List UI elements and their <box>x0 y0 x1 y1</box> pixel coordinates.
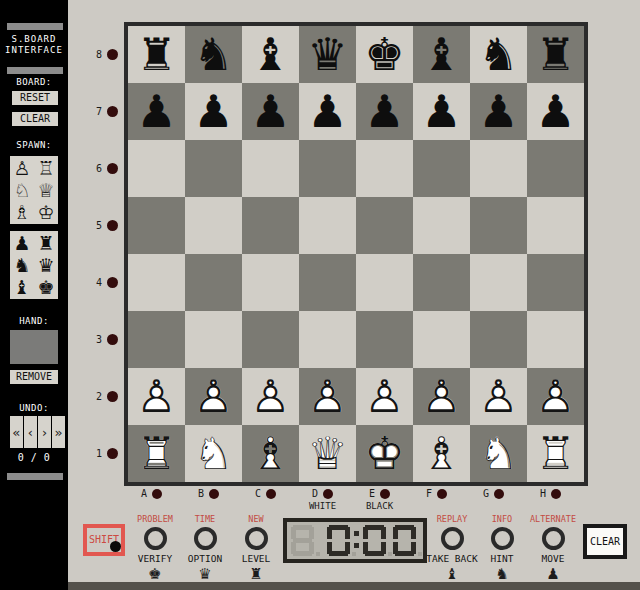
square-h7[interactable]: ♟ <box>527 83 584 140</box>
piece-white-pawn[interactable]: ♟♙ <box>185 368 242 425</box>
sidebar: S.BOARD INTERFACE BOARD: RESET CLEAR SPA… <box>0 0 68 590</box>
square-f1[interactable]: ♝♗ <box>413 425 470 482</box>
square-c3[interactable] <box>242 311 299 368</box>
piece-glyph: ♟ <box>470 83 527 140</box>
undo-controls: «‹›» <box>10 416 66 448</box>
square-g5[interactable] <box>470 197 527 254</box>
divider <box>7 67 63 74</box>
file-letter: H <box>540 488 546 499</box>
piece-white-pawn[interactable]: ♟♙ <box>242 368 299 425</box>
file-letter: A <box>141 488 147 499</box>
rank-label-6: 6 <box>84 140 118 197</box>
piece-black-knight[interactable]: ♞ <box>185 26 242 83</box>
piece-glyph: ♟ <box>185 83 242 140</box>
file-label-f: F <box>408 487 465 500</box>
rank-number: 4 <box>96 277 102 288</box>
piece-outline: ♙ <box>185 368 242 425</box>
black-side-label: BLACK <box>351 501 408 511</box>
pawn-icon: ♟ <box>546 566 559 582</box>
lcd-clock <box>283 518 427 563</box>
remove-button[interactable]: REMOVE <box>10 370 58 384</box>
piece-glyph: ♟ <box>128 83 185 140</box>
undo-counter: 0 / 0 <box>0 452 68 463</box>
piece-black-pawn[interactable]: ♟ <box>356 83 413 140</box>
square-h4[interactable] <box>527 254 584 311</box>
piece-glyph: ♟ <box>356 83 413 140</box>
square-b6[interactable] <box>185 140 242 197</box>
square-b3[interactable] <box>185 311 242 368</box>
title-line2: INTERFACE <box>0 45 68 56</box>
spawn-white-rook[interactable]: ♖ <box>34 157 58 179</box>
clear-button[interactable]: CLEAR <box>583 524 627 559</box>
square-h5[interactable] <box>527 197 584 254</box>
lcd-segment <box>365 538 384 543</box>
undo-first-button[interactable]: « <box>10 416 23 448</box>
square-a1[interactable]: ♜♖ <box>128 425 185 482</box>
piece-black-pawn[interactable]: ♟ <box>527 83 584 140</box>
lcd-segment <box>329 538 348 543</box>
piece-white-pawn[interactable]: ♟♙ <box>356 368 413 425</box>
piece-black-pawn[interactable]: ♟ <box>128 83 185 140</box>
piece-black-king[interactable]: ♚ <box>356 26 413 83</box>
reset-button[interactable]: RESET <box>12 91 58 105</box>
piece-outline: ♙ <box>527 368 584 425</box>
piece-black-rook[interactable]: ♜ <box>527 26 584 83</box>
piece-black-pawn[interactable]: ♟ <box>242 83 299 140</box>
piece-white-pawn[interactable]: ♟♙ <box>413 368 470 425</box>
square-c6[interactable] <box>242 140 299 197</box>
square-d7[interactable]: ♟ <box>299 83 356 140</box>
square-b8[interactable]: ♞ <box>185 26 242 83</box>
spawn-palette-white: ♙♖♘♕♗♔ <box>10 156 58 224</box>
rank-led-4 <box>107 277 118 288</box>
divider <box>7 473 63 480</box>
square-e8[interactable]: ♚ <box>356 26 413 83</box>
square-f7[interactable]: ♟ <box>413 83 470 140</box>
piece-glyph: ♞ <box>185 26 242 83</box>
dial-button-option[interactable] <box>194 527 217 550</box>
square-d1[interactable]: ♛♕ <box>299 425 356 482</box>
lcd-ghost-digit <box>291 525 314 556</box>
piece-white-knight[interactable]: ♞♘ <box>185 425 242 482</box>
piece-white-pawn[interactable]: ♟♙ <box>299 368 356 425</box>
piece-white-knight[interactable]: ♞♘ <box>470 425 527 482</box>
spawn-section-label: SPAWN: <box>0 140 68 150</box>
rank-number: 8 <box>96 49 102 60</box>
square-e3[interactable] <box>356 311 413 368</box>
piece-outline: ♗ <box>242 425 299 482</box>
square-d2[interactable]: ♟♙ <box>299 368 356 425</box>
piece-glyph: ♟ <box>299 83 356 140</box>
lcd-digit <box>327 525 350 556</box>
rank-label-7: 7 <box>84 83 118 140</box>
file-label-h: H <box>522 487 579 500</box>
dial-button-move[interactable] <box>542 527 565 550</box>
rank-label-5: 5 <box>84 197 118 254</box>
colon-dot <box>354 543 359 548</box>
dial-shift-label: REPLAY <box>437 514 468 525</box>
lcd-colon <box>353 525 361 556</box>
chess-board-interface: S.BOARD INTERFACE BOARD: RESET CLEAR SPA… <box>0 0 640 590</box>
square-b7[interactable]: ♟ <box>185 83 242 140</box>
square-e7[interactable]: ♟ <box>356 83 413 140</box>
file-led-c <box>266 489 276 499</box>
file-led-g <box>494 489 504 499</box>
rank-led-5 <box>107 220 118 231</box>
piece-outline: ♔ <box>356 425 413 482</box>
piece-outline: ♘ <box>185 425 242 482</box>
square-a6[interactable] <box>128 140 185 197</box>
square-h2[interactable]: ♟♙ <box>527 368 584 425</box>
square-e6[interactable] <box>356 140 413 197</box>
piece-black-pawn[interactable]: ♟ <box>413 83 470 140</box>
lcd-segment <box>363 542 368 554</box>
clear-board-button[interactable]: CLEAR <box>12 112 58 126</box>
piece-white-king[interactable]: ♚♔ <box>356 425 413 482</box>
piece-white-pawn[interactable]: ♟♙ <box>527 368 584 425</box>
dial-button-verify[interactable] <box>144 527 167 550</box>
spawn-white-knight[interactable]: ♘ <box>10 179 34 201</box>
knight-icon: ♞ <box>495 566 508 582</box>
piece-outline: ♖ <box>128 425 185 482</box>
title-line1: S.BOARD <box>0 34 68 45</box>
file-label-b: B <box>180 487 237 500</box>
square-d5[interactable] <box>299 197 356 254</box>
square-f4[interactable] <box>413 254 470 311</box>
piece-outline: ♙ <box>242 368 299 425</box>
dial-label: OPTION <box>188 553 222 565</box>
file-letter: D <box>312 488 318 499</box>
square-c2[interactable]: ♟♙ <box>242 368 299 425</box>
file-label-c: C <box>237 487 294 500</box>
square-a7[interactable]: ♟ <box>128 83 185 140</box>
rank-label-2: 2 <box>84 368 118 425</box>
piece-outline: ♖ <box>527 425 584 482</box>
file-letter: G <box>483 488 489 499</box>
dial-shift-label: ALTERNATE <box>530 514 576 525</box>
square-f2[interactable]: ♟♙ <box>413 368 470 425</box>
piece-black-knight[interactable]: ♞ <box>470 26 527 83</box>
piece-glyph: ♝ <box>242 26 299 83</box>
rank-led-8 <box>107 49 118 60</box>
square-c4[interactable] <box>242 254 299 311</box>
dial-label: LEVEL <box>242 553 271 565</box>
square-g2[interactable]: ♟♙ <box>470 368 527 425</box>
piece-white-rook[interactable]: ♜♖ <box>527 425 584 482</box>
dial-button-level[interactable] <box>245 527 268 550</box>
file-label-e: E <box>351 487 408 500</box>
square-d8[interactable]: ♛ <box>299 26 356 83</box>
king-icon: ♚ <box>148 566 161 582</box>
undo-section-label: UNDO: <box>0 403 68 413</box>
rank-led-6 <box>107 163 118 174</box>
piece-outline: ♘ <box>470 425 527 482</box>
square-f6[interactable] <box>413 140 470 197</box>
piece-glyph: ♟ <box>527 83 584 140</box>
spawn-white-bishop[interactable]: ♗ <box>10 201 34 223</box>
spawn-black-queen[interactable]: ♛ <box>34 254 58 276</box>
rank-number: 3 <box>96 334 102 345</box>
hand-slot[interactable] <box>10 330 58 364</box>
lcd-segment <box>327 542 332 554</box>
file-led-e <box>380 489 390 499</box>
spawn-palette-black: ♟♜♞♛♝♚ <box>10 231 58 299</box>
rank-number: 7 <box>96 106 102 117</box>
piece-glyph: ♜ <box>128 26 185 83</box>
square-h3[interactable] <box>527 311 584 368</box>
rank-number: 5 <box>96 220 102 231</box>
square-g6[interactable] <box>470 140 527 197</box>
rank-number: 6 <box>96 163 102 174</box>
lcd-ghost-dot <box>418 552 422 556</box>
divider <box>7 23 63 30</box>
rank-label-4: 4 <box>84 254 118 311</box>
rank-number: 1 <box>96 448 102 459</box>
piece-outline: ♙ <box>356 368 413 425</box>
rank-led-1 <box>107 448 118 459</box>
file-letter: F <box>426 488 432 499</box>
spawn-white-pawn[interactable]: ♙ <box>10 157 34 179</box>
piece-glyph: ♞ <box>470 26 527 83</box>
piece-black-pawn[interactable]: ♟ <box>470 83 527 140</box>
file-led-d <box>323 489 333 499</box>
square-e4[interactable] <box>356 254 413 311</box>
piece-white-pawn[interactable]: ♟♙ <box>128 368 185 425</box>
white-side-label: WHITE <box>294 501 351 511</box>
dial-shift-label: TIME <box>195 514 215 525</box>
rank-led-2 <box>107 391 118 402</box>
square-f3[interactable] <box>413 311 470 368</box>
spawn-black-bishop[interactable]: ♝ <box>10 276 34 298</box>
lcd-ghost-dot <box>388 552 392 556</box>
square-e1[interactable]: ♚♔ <box>356 425 413 482</box>
board-section-label: BOARD: <box>0 77 68 87</box>
spawn-white-king[interactable]: ♔ <box>34 201 58 223</box>
square-a4[interactable] <box>128 254 185 311</box>
file-label-g: G <box>465 487 522 500</box>
square-b2[interactable]: ♟♙ <box>185 368 242 425</box>
file-led-f <box>437 489 447 499</box>
lcd-segment <box>393 542 398 554</box>
file-letter: C <box>255 488 261 499</box>
lcd-digit <box>393 525 416 556</box>
lcd-digit <box>363 525 386 556</box>
square-d4[interactable] <box>299 254 356 311</box>
square-f5[interactable] <box>413 197 470 254</box>
square-d6[interactable] <box>299 140 356 197</box>
piece-black-pawn[interactable]: ♟ <box>185 83 242 140</box>
piece-black-pawn[interactable]: ♟ <box>299 83 356 140</box>
undo-forward-button[interactable]: › <box>38 416 51 448</box>
piece-glyph: ♟ <box>413 83 470 140</box>
piece-outline: ♙ <box>413 368 470 425</box>
piece-glyph: ♝ <box>413 26 470 83</box>
square-f8[interactable]: ♝ <box>413 26 470 83</box>
lcd-segment <box>291 542 296 554</box>
bishop-icon: ♝ <box>445 566 458 582</box>
rank-led-3 <box>107 334 118 345</box>
square-c7[interactable]: ♟ <box>242 83 299 140</box>
piece-black-rook[interactable]: ♜ <box>128 26 185 83</box>
square-c1[interactable]: ♝♗ <box>242 425 299 482</box>
square-c8[interactable]: ♝ <box>242 26 299 83</box>
square-b1[interactable]: ♞♘ <box>185 425 242 482</box>
rank-number: 2 <box>96 391 102 402</box>
piece-white-rook[interactable]: ♜♖ <box>128 425 185 482</box>
spawn-black-rook[interactable]: ♜ <box>34 232 58 254</box>
piece-white-pawn[interactable]: ♟♙ <box>470 368 527 425</box>
dial-button-hint[interactable] <box>491 527 514 550</box>
spawn-black-knight[interactable]: ♞ <box>10 254 34 276</box>
square-g8[interactable]: ♞ <box>470 26 527 83</box>
rook-icon: ♜ <box>249 566 262 582</box>
piece-outline: ♙ <box>470 368 527 425</box>
square-g7[interactable]: ♟ <box>470 83 527 140</box>
square-b5[interactable] <box>185 197 242 254</box>
queen-icon: ♛ <box>198 566 211 582</box>
undo-back-button[interactable]: ‹ <box>24 416 37 448</box>
spawn-black-pawn[interactable]: ♟ <box>10 232 34 254</box>
piece-black-queen[interactable]: ♛ <box>299 26 356 83</box>
piece-glyph: ♛ <box>299 26 356 83</box>
dial-button-take-back[interactable] <box>441 527 464 550</box>
piece-outline: ♙ <box>128 368 185 425</box>
piece-black-bishop[interactable]: ♝ <box>413 26 470 83</box>
rank-led-7 <box>107 106 118 117</box>
square-c5[interactable] <box>242 197 299 254</box>
square-h6[interactable] <box>527 140 584 197</box>
square-h1[interactable]: ♜♖ <box>527 425 584 482</box>
square-a5[interactable] <box>128 197 185 254</box>
spawn-black-king[interactable]: ♚ <box>34 276 58 298</box>
square-e2[interactable]: ♟♙ <box>356 368 413 425</box>
file-letter: E <box>369 488 375 499</box>
spawn-white-queen[interactable]: ♕ <box>34 179 58 201</box>
dial-shift-label: INFO <box>492 514 512 525</box>
piece-glyph: ♜ <box>527 26 584 83</box>
file-label-d: D <box>294 487 351 500</box>
dial-label: MOVE <box>542 553 565 565</box>
file-led-b <box>209 489 219 499</box>
square-e5[interactable] <box>356 197 413 254</box>
square-h8[interactable]: ♜ <box>527 26 584 83</box>
rank-label-3: 3 <box>84 311 118 368</box>
square-b4[interactable] <box>185 254 242 311</box>
rank-label-1: 1 <box>84 425 118 482</box>
square-g4[interactable] <box>470 254 527 311</box>
bottom-strip <box>68 582 640 590</box>
file-label-a: A <box>123 487 180 500</box>
piece-white-queen[interactable]: ♛♕ <box>299 425 356 482</box>
dial-shift-label: NEW <box>248 514 263 525</box>
chess-board: ♜♞♝♛♚♝♞♜♟♟♟♟♟♟♟♟♟♙♟♙♟♙♟♙♟♙♟♙♟♙♟♙♜♖♞♘♝♗♛♕… <box>124 22 588 486</box>
file-led-a <box>152 489 162 499</box>
piece-outline: ♗ <box>413 425 470 482</box>
page-title: S.BOARD INTERFACE <box>0 34 68 56</box>
lcd-ghost-dot <box>316 552 320 556</box>
square-a2[interactable]: ♟♙ <box>128 368 185 425</box>
piece-outline: ♕ <box>299 425 356 482</box>
square-a8[interactable]: ♜ <box>128 26 185 83</box>
colon-dot <box>354 531 359 536</box>
lcd-segment <box>293 538 312 543</box>
piece-white-bishop[interactable]: ♝♗ <box>413 425 470 482</box>
piece-white-bishop[interactable]: ♝♗ <box>242 425 299 482</box>
dial-move: ALTERNATEMOVE♟ <box>515 514 591 582</box>
file-letter: B <box>198 488 204 499</box>
lcd-segment <box>395 538 414 543</box>
rank-label-8: 8 <box>84 26 118 83</box>
square-a3[interactable] <box>128 311 185 368</box>
square-g3[interactable] <box>470 311 527 368</box>
square-g1[interactable]: ♞♘ <box>470 425 527 482</box>
file-led-h <box>551 489 561 499</box>
square-d3[interactable] <box>299 311 356 368</box>
hand-section-label: HAND: <box>0 316 68 326</box>
piece-glyph: ♚ <box>356 26 413 83</box>
undo-last-button[interactable]: » <box>52 416 65 448</box>
dial-label: HINT <box>491 553 514 565</box>
piece-black-bishop[interactable]: ♝ <box>242 26 299 83</box>
piece-glyph: ♟ <box>242 83 299 140</box>
piece-outline: ♙ <box>299 368 356 425</box>
